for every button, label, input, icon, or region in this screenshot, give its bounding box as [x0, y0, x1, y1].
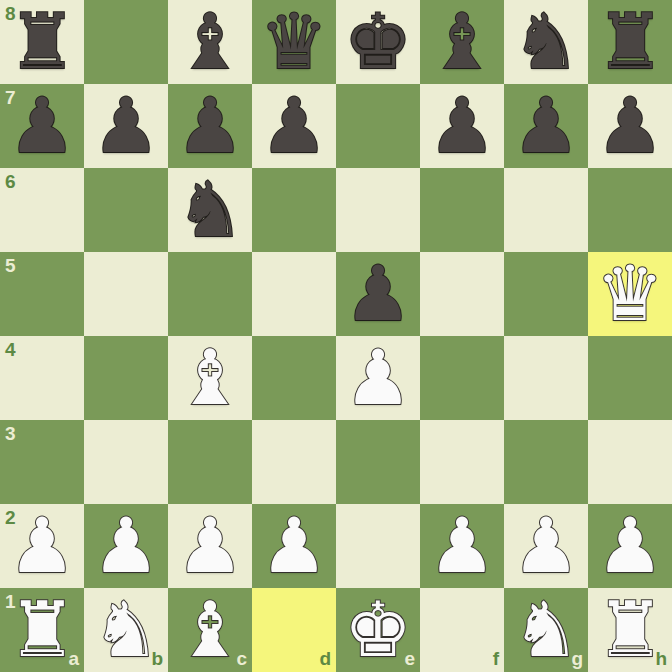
white-bishop[interactable]: ♝ [168, 336, 252, 420]
square-h2[interactable]: ♟ [588, 504, 672, 588]
black-queen[interactable]: ♛ [252, 0, 336, 84]
white-pawn[interactable]: ♟ [504, 504, 588, 588]
square-c1[interactable]: c♝ [168, 588, 252, 672]
black-pawn[interactable]: ♟ [84, 84, 168, 168]
square-a6[interactable]: 6 [0, 168, 84, 252]
black-king[interactable]: ♚ [336, 0, 420, 84]
square-g8[interactable]: ♞ [504, 0, 588, 84]
black-pawn[interactable]: ♟ [0, 84, 84, 168]
square-d5[interactable] [252, 252, 336, 336]
square-f8[interactable]: ♝ [420, 0, 504, 84]
square-e1[interactable]: e♚ [336, 588, 420, 672]
square-c2[interactable]: ♟ [168, 504, 252, 588]
square-b6[interactable] [84, 168, 168, 252]
square-e4[interactable]: ♟ [336, 336, 420, 420]
square-g3[interactable] [504, 420, 588, 504]
square-a4[interactable]: 4 [0, 336, 84, 420]
square-g1[interactable]: g♞ [504, 588, 588, 672]
square-a2[interactable]: 2♟ [0, 504, 84, 588]
white-pawn[interactable]: ♟ [0, 504, 84, 588]
square-d4[interactable] [252, 336, 336, 420]
square-e7[interactable] [336, 84, 420, 168]
square-d3[interactable] [252, 420, 336, 504]
square-b8[interactable] [84, 0, 168, 84]
black-knight[interactable]: ♞ [168, 168, 252, 252]
white-king[interactable]: ♚ [336, 588, 420, 672]
square-b4[interactable] [84, 336, 168, 420]
square-g7[interactable]: ♟ [504, 84, 588, 168]
square-e5[interactable]: ♟ [336, 252, 420, 336]
white-queen[interactable]: ♛ [588, 252, 672, 336]
square-h8[interactable]: ♜ [588, 0, 672, 84]
square-c3[interactable] [168, 420, 252, 504]
black-rook[interactable]: ♜ [0, 0, 84, 84]
square-c7[interactable]: ♟ [168, 84, 252, 168]
black-pawn[interactable]: ♟ [588, 84, 672, 168]
square-e8[interactable]: ♚ [336, 0, 420, 84]
square-f3[interactable] [420, 420, 504, 504]
square-c5[interactable] [168, 252, 252, 336]
white-pawn[interactable]: ♟ [252, 504, 336, 588]
rank-label-4: 4 [5, 339, 16, 361]
square-f2[interactable]: ♟ [420, 504, 504, 588]
white-pawn[interactable]: ♟ [336, 336, 420, 420]
black-bishop[interactable]: ♝ [168, 0, 252, 84]
square-d2[interactable]: ♟ [252, 504, 336, 588]
black-pawn[interactable]: ♟ [336, 252, 420, 336]
black-pawn[interactable]: ♟ [504, 84, 588, 168]
square-d8[interactable]: ♛ [252, 0, 336, 84]
square-h1[interactable]: h♜ [588, 588, 672, 672]
black-bishop[interactable]: ♝ [420, 0, 504, 84]
white-rook[interactable]: ♜ [588, 588, 672, 672]
square-b3[interactable] [84, 420, 168, 504]
white-rook[interactable]: ♜ [0, 588, 84, 672]
square-h4[interactable] [588, 336, 672, 420]
square-b2[interactable]: ♟ [84, 504, 168, 588]
square-a8[interactable]: 8♜ [0, 0, 84, 84]
black-pawn[interactable]: ♟ [420, 84, 504, 168]
square-f4[interactable] [420, 336, 504, 420]
square-h3[interactable] [588, 420, 672, 504]
file-label-f: f [493, 648, 499, 670]
square-g6[interactable] [504, 168, 588, 252]
white-pawn[interactable]: ♟ [84, 504, 168, 588]
square-a5[interactable]: 5 [0, 252, 84, 336]
square-d6[interactable] [252, 168, 336, 252]
square-h6[interactable] [588, 168, 672, 252]
square-f1[interactable]: f [420, 588, 504, 672]
square-c6[interactable]: ♞ [168, 168, 252, 252]
white-pawn[interactable]: ♟ [168, 504, 252, 588]
square-e6[interactable] [336, 168, 420, 252]
white-pawn[interactable]: ♟ [588, 504, 672, 588]
rank-label-5: 5 [5, 255, 16, 277]
square-g5[interactable] [504, 252, 588, 336]
white-bishop[interactable]: ♝ [168, 588, 252, 672]
black-pawn[interactable]: ♟ [168, 84, 252, 168]
rank-label-6: 6 [5, 171, 16, 193]
square-a7[interactable]: 7♟ [0, 84, 84, 168]
black-knight[interactable]: ♞ [504, 0, 588, 84]
white-pawn[interactable]: ♟ [420, 504, 504, 588]
white-knight[interactable]: ♞ [504, 588, 588, 672]
square-e2[interactable] [336, 504, 420, 588]
square-b7[interactable]: ♟ [84, 84, 168, 168]
square-c4[interactable]: ♝ [168, 336, 252, 420]
square-a1[interactable]: 1a♜ [0, 588, 84, 672]
square-d1[interactable]: d [252, 588, 336, 672]
file-label-d: d [319, 648, 331, 670]
white-knight[interactable]: ♞ [84, 588, 168, 672]
square-g4[interactable] [504, 336, 588, 420]
square-b5[interactable] [84, 252, 168, 336]
square-e3[interactable] [336, 420, 420, 504]
black-rook[interactable]: ♜ [588, 0, 672, 84]
square-h5[interactable]: ♛ [588, 252, 672, 336]
square-f7[interactable]: ♟ [420, 84, 504, 168]
square-c8[interactable]: ♝ [168, 0, 252, 84]
rank-label-3: 3 [5, 423, 16, 445]
square-b1[interactable]: b♞ [84, 588, 168, 672]
black-pawn[interactable]: ♟ [252, 84, 336, 168]
square-f5[interactable] [420, 252, 504, 336]
square-d7[interactable]: ♟ [252, 84, 336, 168]
square-g2[interactable]: ♟ [504, 504, 588, 588]
square-a3[interactable]: 3 [0, 420, 84, 504]
square-f6[interactable] [420, 168, 504, 252]
square-h7[interactable]: ♟ [588, 84, 672, 168]
chess-board[interactable]: 8♜♝♛♚♝♞♜7♟♟♟♟♟♟♟6♞5♟♛4♝♟32♟♟♟♟♟♟♟1a♜b♞c♝… [0, 0, 672, 672]
